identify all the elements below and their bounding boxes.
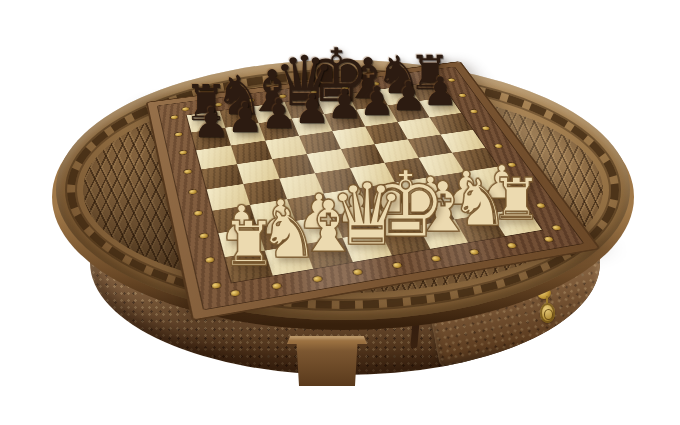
brass-stud [481,126,490,130]
brass-stud [468,249,478,255]
table-foot [287,336,367,386]
brass-stud [188,189,196,194]
piece-black-pawn[interactable]: ♟ [359,81,395,121]
brass-stud [271,283,281,290]
piece-black-pawn[interactable]: ♟ [260,94,297,135]
brass-stud [543,236,553,242]
brass-stud [183,169,191,174]
brass-stud [179,150,187,155]
product-photo-chess-table: ♜♞♝♚♟♛♟♝♟♞♟♜♟♟♟♟♟♟♟♟♜♟♞♟♝♟♚♟♛♝♞♜ [0,0,680,425]
brass-stud [199,233,208,239]
piece-black-pawn[interactable]: ♟ [422,72,457,112]
piece-black-pawn[interactable]: ♟ [227,98,264,139]
piece-black-pawn[interactable]: ♟ [193,102,230,144]
brass-stud [352,269,362,275]
piece-white-rook[interactable]: ♜ [221,213,276,274]
brass-stud [551,225,561,231]
brass-stud [211,282,220,289]
brass-stud [170,115,177,119]
piece-black-pawn[interactable]: ♟ [294,89,330,130]
brass-stud [205,257,214,263]
brass-stud [230,290,240,297]
brass-stud [193,210,201,215]
brass-stud [458,93,466,97]
brass-stud [506,242,516,248]
brass-stud [469,109,477,113]
piece-black-pawn[interactable]: ♟ [391,76,427,116]
brass-stud [312,276,322,282]
piece-black-pawn[interactable]: ♟ [327,85,363,125]
brass-medallion [540,303,555,323]
brass-stud [493,144,502,148]
brass-stud [174,132,182,136]
